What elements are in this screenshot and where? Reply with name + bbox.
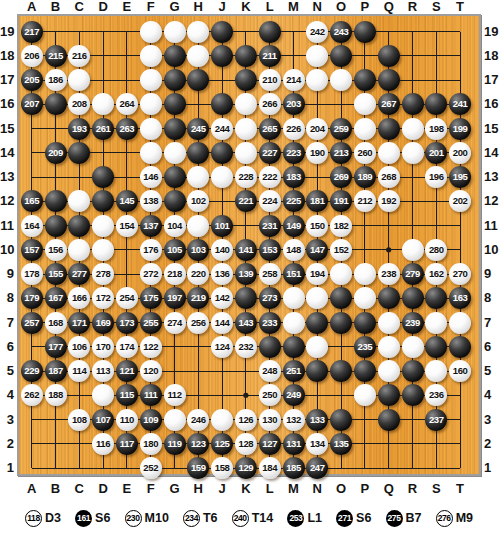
black-stone-M1: 185 — [283, 457, 305, 479]
white-stone-C3: 108 — [68, 409, 90, 431]
coord-label-left-15: 15 — [0, 122, 14, 136]
move-number: 156 — [48, 239, 63, 261]
white-stone-E11: 154 — [116, 215, 138, 237]
move-number: 108 — [72, 409, 87, 431]
coord-label-bottom-G: G — [166, 482, 184, 496]
move-number: 172 — [96, 287, 111, 309]
move-number: 264 — [120, 93, 135, 115]
coord-label-right-16: 16 — [484, 97, 500, 111]
white-stone-L9: 258 — [259, 263, 281, 285]
white-stone-Q12: 192 — [378, 190, 400, 212]
move-number: 224 — [262, 190, 277, 212]
caption-move-240: 240T14 — [232, 510, 274, 527]
move-number: 180 — [143, 433, 158, 455]
black-stone-A8: 179 — [21, 287, 43, 309]
move-number: 167 — [48, 287, 63, 309]
black-stone-M6 — [283, 336, 305, 358]
black-stone-Q15 — [378, 118, 400, 140]
white-stone-L12: 224 — [259, 190, 281, 212]
move-number: 125 — [215, 433, 230, 455]
coord-label-top-L: L — [261, 0, 279, 14]
white-stone-K3: 126 — [235, 409, 257, 431]
move-number: 229 — [24, 360, 39, 382]
black-stone-L15: 265 — [259, 118, 281, 140]
move-number: 140 — [215, 239, 230, 261]
white-stone-P14: 260 — [354, 142, 376, 164]
move-number: 177 — [48, 336, 63, 358]
white-stone-N18 — [306, 45, 328, 67]
black-stone-E2: 117 — [116, 433, 138, 455]
move-number: 158 — [215, 457, 230, 479]
move-number: 220 — [191, 263, 206, 285]
move-number: 277 — [72, 263, 87, 285]
caption-move-253: 253L1 — [287, 510, 322, 527]
white-stone-H19 — [187, 21, 209, 43]
white-stone-K16 — [235, 93, 257, 115]
black-stone-R8 — [402, 287, 424, 309]
move-number: 137 — [143, 215, 158, 237]
move-number: 232 — [239, 336, 254, 358]
black-stone-H1: 159 — [187, 457, 209, 479]
white-caption-stone: 118 — [25, 510, 42, 527]
coord-label-left-14: 14 — [0, 146, 14, 160]
coord-label-left-6: 6 — [0, 340, 14, 354]
move-number: 193 — [72, 118, 87, 140]
black-stone-C7: 171 — [68, 312, 90, 334]
coord-label-bottom-S: S — [427, 482, 445, 496]
white-stone-H7: 256 — [187, 312, 209, 334]
white-stone-F2: 180 — [140, 433, 162, 455]
move-number: 169 — [96, 312, 111, 334]
white-stone-G9: 218 — [164, 263, 186, 285]
coord-label-bottom-B: B — [47, 482, 65, 496]
white-stone-S10: 280 — [425, 239, 447, 261]
black-stone-A5: 229 — [21, 360, 43, 382]
white-stone-O11: 182 — [330, 215, 352, 237]
caption-point-label: D3 — [45, 511, 61, 525]
move-number: 254 — [120, 287, 135, 309]
white-stone-B17: 186 — [45, 69, 67, 91]
coord-label-right-7: 7 — [484, 316, 500, 330]
coord-label-left-16: 16 — [0, 97, 14, 111]
move-number: 274 — [167, 312, 182, 334]
black-stone-Q16: 267 — [378, 93, 400, 115]
white-stone-D2: 116 — [92, 433, 114, 455]
black-stone-M4: 249 — [283, 384, 305, 406]
white-stone-E16: 264 — [116, 93, 138, 115]
move-number: 205 — [24, 69, 39, 91]
black-stone-L6 — [259, 336, 281, 358]
move-number: 110 — [120, 409, 134, 431]
black-stone-R5 — [402, 360, 424, 382]
coord-label-top-O: O — [332, 0, 350, 14]
move-number: 166 — [72, 287, 87, 309]
white-stone-G4: 112 — [164, 384, 186, 406]
move-number: 217 — [24, 21, 39, 43]
move-number: 154 — [120, 215, 135, 237]
move-number: 145 — [120, 190, 135, 212]
move-number: 157 — [24, 239, 39, 261]
coord-label-bottom-R: R — [404, 482, 422, 496]
white-stone-O9 — [330, 263, 352, 285]
move-number: 149 — [286, 215, 301, 237]
black-stone-L10: 153 — [259, 239, 281, 261]
black-stone-G16 — [164, 93, 186, 115]
move-number: 155 — [48, 263, 63, 285]
coord-label-bottom-N: N — [308, 482, 326, 496]
move-number: 165 — [24, 190, 39, 212]
white-stone-H3: 246 — [187, 409, 209, 431]
move-number: 176 — [143, 239, 158, 261]
coord-label-right-1: 1 — [484, 461, 500, 475]
white-stone-F16 — [140, 93, 162, 115]
black-stone-M2: 131 — [283, 433, 305, 455]
white-stone-L4: 250 — [259, 384, 281, 406]
move-number: 111 — [144, 384, 158, 406]
white-stone-M3: 132 — [283, 409, 305, 431]
move-number: 126 — [239, 409, 254, 431]
white-stone-A11: 164 — [21, 215, 43, 237]
move-number: 231 — [262, 215, 277, 237]
black-stone-B9: 155 — [45, 263, 67, 285]
black-stone-H15: 245 — [187, 118, 209, 140]
coord-label-left-9: 9 — [0, 267, 14, 281]
move-number: 196 — [429, 166, 444, 188]
black-caption-stone: 271 — [336, 510, 353, 527]
white-stone-J15: 244 — [211, 118, 233, 140]
white-stone-J9: 136 — [211, 263, 233, 285]
move-number: 121 — [120, 360, 135, 382]
coord-label-bottom-J: J — [213, 482, 231, 496]
black-stone-K8 — [235, 287, 257, 309]
caption-point-label: M10 — [145, 511, 169, 525]
coord-label-bottom-Q: Q — [380, 482, 398, 496]
move-number: 258 — [262, 263, 277, 285]
black-stone-B6: 177 — [45, 336, 67, 358]
coord-label-top-T: T — [451, 0, 469, 14]
move-number: 210 — [262, 69, 277, 91]
white-stone-H11 — [187, 215, 209, 237]
black-stone-H14 — [187, 142, 209, 164]
coord-label-top-F: F — [142, 0, 160, 14]
move-number: 256 — [191, 312, 206, 334]
white-stone-C10 — [68, 239, 90, 261]
move-number: 206 — [24, 45, 39, 67]
black-stone-G15 — [164, 118, 186, 140]
white-stone-J10: 140 — [211, 239, 233, 261]
coord-label-top-H: H — [189, 0, 207, 14]
black-stone-N10: 147 — [306, 239, 328, 261]
black-stone-J19 — [211, 21, 233, 43]
white-stone-A4: 262 — [21, 384, 43, 406]
white-stone-J6: 124 — [211, 336, 233, 358]
white-stone-G14 — [164, 142, 186, 164]
go-board[interactable]: 2172422432062152162112051862102142072082… — [17, 14, 481, 476]
white-stone-F1: 252 — [140, 457, 162, 479]
move-number: 120 — [143, 360, 158, 382]
coord-label-top-Q: Q — [380, 0, 398, 14]
coord-label-left-18: 18 — [0, 49, 14, 63]
coord-label-top-K: K — [237, 0, 255, 14]
move-number: 153 — [262, 239, 277, 261]
white-stone-R10 — [402, 239, 424, 261]
black-stone-D15: 261 — [92, 118, 114, 140]
black-stone-K12: 221 — [235, 190, 257, 212]
move-number: 134 — [310, 433, 325, 455]
black-stone-R16 — [402, 93, 424, 115]
move-number: 198 — [429, 118, 444, 140]
white-stone-L3: 130 — [259, 409, 281, 431]
black-stone-O5 — [330, 360, 352, 382]
black-stone-K7: 143 — [235, 312, 257, 334]
move-number: 116 — [96, 433, 110, 455]
white-stone-S7 — [425, 312, 447, 334]
coord-label-top-R: R — [404, 0, 422, 14]
black-stone-Q17 — [378, 69, 400, 91]
black-stone-M13: 183 — [283, 166, 305, 188]
move-number: 214 — [286, 69, 301, 91]
black-stone-D3: 107 — [92, 409, 114, 431]
white-stone-Q7 — [378, 312, 400, 334]
move-number: 192 — [381, 190, 396, 212]
move-number: 203 — [286, 93, 301, 115]
black-stone-O14: 213 — [330, 142, 352, 164]
move-number: 218 — [167, 263, 182, 285]
move-number: 138 — [143, 190, 158, 212]
black-stone-K18 — [235, 45, 257, 67]
move-number: 163 — [453, 287, 468, 309]
coord-label-left-11: 11 — [0, 219, 14, 233]
move-number: 221 — [239, 190, 254, 212]
black-stone-P6: 235 — [354, 336, 376, 358]
move-number: 268 — [381, 166, 396, 188]
move-number: 223 — [286, 142, 301, 164]
black-stone-R4 — [402, 384, 424, 406]
white-caption-stone: 230 — [125, 510, 142, 527]
black-stone-J18 — [211, 45, 233, 67]
move-number: 175 — [143, 287, 158, 309]
black-stone-M12: 225 — [283, 190, 305, 212]
black-stone-F8: 175 — [140, 287, 162, 309]
move-number: 202 — [453, 190, 468, 212]
black-stone-S6 — [425, 336, 447, 358]
move-number: 130 — [262, 409, 277, 431]
white-stone-R6 — [402, 336, 424, 358]
black-stone-E5: 121 — [116, 360, 138, 382]
white-stone-T7 — [449, 312, 471, 334]
black-stone-G10: 105 — [164, 239, 186, 261]
black-stone-R9: 279 — [402, 263, 424, 285]
move-number: 228 — [239, 166, 254, 188]
coord-label-left-3: 3 — [0, 413, 14, 427]
white-stone-F12: 138 — [140, 190, 162, 212]
caption-move-271: 271S6 — [336, 510, 371, 527]
black-stone-B14: 209 — [45, 142, 67, 164]
move-number: 238 — [381, 263, 396, 285]
coord-label-right-12: 12 — [484, 194, 500, 208]
coord-label-right-9: 9 — [484, 267, 500, 281]
coord-label-bottom-C: C — [70, 482, 88, 496]
black-stone-F3: 109 — [140, 409, 162, 431]
white-stone-G7: 274 — [164, 312, 186, 334]
black-stone-E12: 145 — [116, 190, 138, 212]
white-stone-T14: 200 — [449, 142, 471, 164]
move-number: 209 — [48, 142, 63, 164]
white-stone-T9: 270 — [449, 263, 471, 285]
white-stone-N14: 190 — [306, 142, 328, 164]
move-number: 184 — [262, 457, 277, 479]
move-number: 159 — [191, 457, 206, 479]
move-number: 187 — [48, 360, 63, 382]
move-number: 225 — [286, 190, 301, 212]
white-stone-Q9: 238 — [378, 263, 400, 285]
white-stone-Q6 — [378, 336, 400, 358]
black-stone-O7 — [330, 312, 352, 334]
move-number: 115 — [120, 384, 134, 406]
move-number: 150 — [310, 215, 325, 237]
move-number: 173 — [120, 312, 135, 334]
black-stone-A16: 207 — [21, 93, 43, 115]
coord-label-bottom-H: H — [189, 482, 207, 496]
white-stone-R15 — [402, 118, 424, 140]
move-number: 207 — [24, 93, 39, 115]
black-stone-P19 — [354, 21, 376, 43]
black-stone-R7: 239 — [402, 312, 424, 334]
move-number: 147 — [310, 239, 325, 261]
move-number: 257 — [24, 312, 39, 334]
move-number: 222 — [262, 166, 277, 188]
white-stone-B7: 168 — [45, 312, 67, 334]
coord-label-bottom-F: F — [142, 482, 160, 496]
coord-label-top-B: B — [47, 0, 65, 14]
black-stone-F4: 111 — [140, 384, 162, 406]
coord-label-top-A: A — [23, 0, 41, 14]
move-number: 272 — [143, 263, 158, 285]
white-stone-J3 — [211, 409, 233, 431]
black-stone-A19: 217 — [21, 21, 43, 43]
black-stone-F7: 255 — [140, 312, 162, 334]
black-stone-N7 — [306, 312, 328, 334]
coord-label-bottom-P: P — [356, 482, 374, 496]
white-stone-G3 — [164, 409, 186, 431]
white-stone-B10: 156 — [45, 239, 67, 261]
black-stone-M14: 223 — [283, 142, 305, 164]
white-stone-F9: 272 — [140, 263, 162, 285]
black-stone-Q8 — [378, 287, 400, 309]
white-stone-P16 — [354, 93, 376, 115]
white-stone-F19 — [140, 21, 162, 43]
white-stone-D11 — [92, 215, 114, 237]
white-stone-L5: 248 — [259, 360, 281, 382]
coord-label-right-10: 10 — [484, 243, 500, 257]
black-stone-L2: 127 — [259, 433, 281, 455]
move-number: 141 — [239, 239, 254, 261]
move-number: 219 — [191, 287, 206, 309]
move-number: 270 — [453, 263, 468, 285]
white-stone-J7: 144 — [211, 312, 233, 334]
move-number: 144 — [215, 312, 230, 334]
black-stone-G12 — [164, 190, 186, 212]
white-stone-G11: 104 — [164, 215, 186, 237]
black-stone-K9: 139 — [235, 263, 257, 285]
move-number: 143 — [239, 312, 254, 334]
white-stone-A9: 178 — [21, 263, 43, 285]
black-stone-O15: 259 — [330, 118, 352, 140]
move-number: 101 — [215, 215, 230, 237]
black-stone-P5 — [354, 360, 376, 382]
coord-label-bottom-O: O — [332, 482, 350, 496]
coord-label-left-7: 7 — [0, 316, 14, 330]
move-number: 131 — [286, 433, 301, 455]
coord-label-top-P: P — [356, 0, 374, 14]
coord-label-top-D: D — [94, 0, 112, 14]
black-stone-T15: 199 — [449, 118, 471, 140]
coord-label-bottom-M: M — [285, 482, 303, 496]
move-number: 146 — [143, 166, 158, 188]
caption-point-label: T14 — [252, 511, 274, 525]
black-stone-J2: 125 — [211, 433, 233, 455]
white-stone-N11: 150 — [306, 215, 328, 237]
move-number: 148 — [286, 239, 301, 261]
white-stone-F18 — [140, 45, 162, 67]
caption-point-label: B7 — [406, 511, 422, 525]
coord-label-top-S: S — [427, 0, 445, 14]
white-stone-J13 — [211, 166, 233, 188]
move-number: 129 — [239, 457, 254, 479]
move-number: 183 — [286, 166, 301, 188]
white-stone-S15: 198 — [425, 118, 447, 140]
white-caption-stone: 234 — [183, 510, 200, 527]
black-stone-S3: 237 — [425, 409, 447, 431]
move-number: 265 — [262, 118, 277, 140]
black-caption-stone: 161 — [75, 510, 92, 527]
move-number: 107 — [96, 409, 111, 431]
black-stone-G18 — [164, 45, 186, 67]
white-stone-B4: 188 — [45, 384, 67, 406]
black-stone-M11: 149 — [283, 215, 305, 237]
coord-label-right-14: 14 — [484, 146, 500, 160]
move-number: 117 — [120, 433, 134, 455]
move-number: 151 — [286, 263, 301, 285]
white-stone-R14 — [402, 142, 424, 164]
move-number: 237 — [429, 409, 444, 431]
move-number: 186 — [48, 69, 63, 91]
white-stone-G19 — [164, 21, 186, 43]
move-number: 243 — [334, 21, 349, 43]
move-number: 168 — [48, 312, 63, 334]
coord-label-left-5: 5 — [0, 364, 14, 378]
white-stone-C18: 216 — [68, 45, 90, 67]
caption-move-118: 118D3 — [25, 510, 61, 527]
move-number: 114 — [72, 360, 86, 382]
coord-label-left-19: 19 — [0, 25, 14, 39]
white-stone-K2: 128 — [235, 433, 257, 455]
coord-label-right-15: 15 — [484, 122, 500, 136]
move-number: 113 — [96, 360, 110, 382]
white-stone-M17: 214 — [283, 69, 305, 91]
coord-label-right-4: 4 — [484, 388, 500, 402]
black-stone-N3: 133 — [306, 409, 328, 431]
caption-point-label: T6 — [203, 511, 218, 525]
move-number: 103 — [191, 239, 206, 261]
move-number: 171 — [72, 312, 87, 334]
black-stone-P17 — [354, 69, 376, 91]
black-stone-L14: 227 — [259, 142, 281, 164]
black-stone-L18: 211 — [259, 45, 281, 67]
black-stone-B8: 167 — [45, 287, 67, 309]
coord-label-right-3: 3 — [484, 413, 500, 427]
caption-point-label: M9 — [456, 511, 473, 525]
